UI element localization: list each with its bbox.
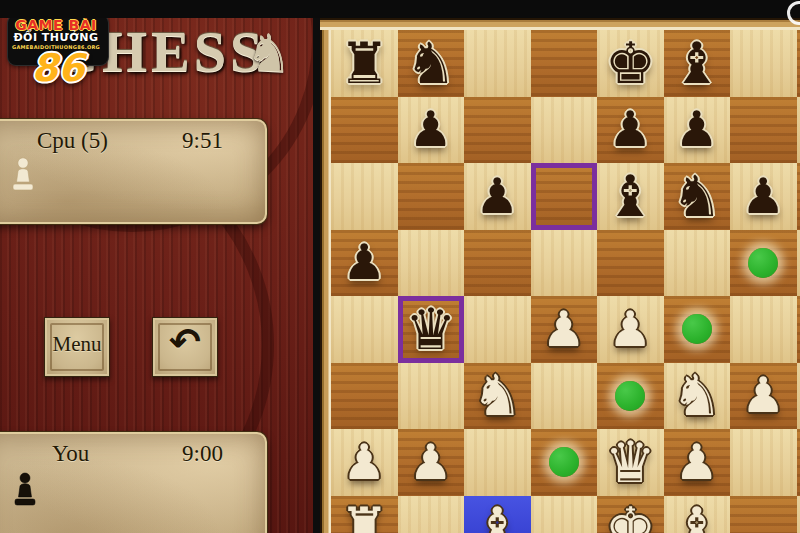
board-frame-top xyxy=(320,18,800,30)
square-c2[interactable] xyxy=(464,429,531,496)
square-e6[interactable]: ♝ xyxy=(597,163,664,230)
piece-black-pawn[interactable]: ♟ xyxy=(730,163,797,230)
piece-black-queen[interactable]: ♛ xyxy=(398,296,465,363)
piece-white-bishop[interactable]: ♝ xyxy=(464,496,531,533)
piece-black-pawn[interactable]: ♟ xyxy=(664,97,731,164)
square-c8[interactable] xyxy=(464,30,531,97)
square-h7[interactable] xyxy=(797,97,800,164)
square-c5[interactable] xyxy=(464,230,531,297)
square-h2[interactable] xyxy=(797,429,800,496)
square-e4[interactable]: ♟ xyxy=(597,296,664,363)
piece-black-rook[interactable]: ♜ xyxy=(331,30,398,97)
square-b4[interactable]: ♛ xyxy=(398,296,465,363)
square-b8[interactable]: ♞ xyxy=(398,30,465,97)
square-a5[interactable]: ♟ xyxy=(331,230,398,297)
square-h1[interactable] xyxy=(797,496,800,533)
square-g1[interactable] xyxy=(730,496,797,533)
square-f4[interactable] xyxy=(664,296,731,363)
square-d8[interactable] xyxy=(531,30,598,97)
square-a1[interactable]: ♜ xyxy=(331,496,398,533)
square-b1[interactable] xyxy=(398,496,465,533)
square-c3[interactable]: ♞ xyxy=(464,363,531,430)
square-f3[interactable]: ♞ xyxy=(664,363,731,430)
legal-move-dot[interactable] xyxy=(748,248,778,278)
piece-white-pawn[interactable]: ♟ xyxy=(331,429,398,496)
piece-black-pawn[interactable]: ♟ xyxy=(464,163,531,230)
piece-black-bishop[interactable]: ♝ xyxy=(664,30,731,97)
you-pawn-icon xyxy=(12,472,38,508)
square-g5[interactable] xyxy=(730,230,797,297)
panel-board-divider xyxy=(313,18,320,533)
piece-white-pawn[interactable]: ♟ xyxy=(398,429,465,496)
square-b7[interactable]: ♟ xyxy=(398,97,465,164)
square-d3[interactable] xyxy=(531,363,598,430)
square-c4[interactable] xyxy=(464,296,531,363)
piece-white-pawn[interactable]: ♟ xyxy=(664,429,731,496)
square-h5[interactable] xyxy=(797,230,800,297)
board-frame-left xyxy=(320,18,331,533)
square-a8[interactable]: ♜ xyxy=(331,30,398,97)
square-g2[interactable] xyxy=(730,429,797,496)
cpu-clock: 9:51 xyxy=(182,128,223,154)
square-f5[interactable] xyxy=(664,230,731,297)
square-e3[interactable] xyxy=(597,363,664,430)
square-g4[interactable] xyxy=(730,296,797,363)
you-clock: 9:00 xyxy=(182,441,223,467)
square-e8[interactable]: ♚ xyxy=(597,30,664,97)
piece-black-knight[interactable]: ♞ xyxy=(398,30,465,97)
piece-black-king[interactable]: ♚ xyxy=(597,30,664,97)
piece-white-king[interactable]: ♚ xyxy=(597,496,664,533)
square-e7[interactable]: ♟ xyxy=(597,97,664,164)
piece-white-pawn[interactable]: ♟ xyxy=(531,296,598,363)
knight-logo-icon: ♞ xyxy=(245,26,294,80)
piece-white-queen[interactable]: ♛ xyxy=(597,429,664,496)
square-a2[interactable]: ♟ xyxy=(331,429,398,496)
square-g6[interactable]: ♟ xyxy=(730,163,797,230)
square-d6[interactable] xyxy=(531,163,598,230)
square-d2[interactable] xyxy=(531,429,598,496)
square-e5[interactable] xyxy=(597,230,664,297)
square-c7[interactable] xyxy=(464,97,531,164)
left-panel: CHESS ♞ Cpu (5) 9:51 Menu ↶ You 9:00 xyxy=(0,18,313,533)
legal-move-dot[interactable] xyxy=(615,381,645,411)
menu-button[interactable]: Menu xyxy=(44,317,110,377)
square-f7[interactable]: ♟ xyxy=(664,97,731,164)
top-black-bar xyxy=(0,0,800,18)
menu-button-label: Menu xyxy=(45,332,109,357)
square-e2[interactable]: ♛ xyxy=(597,429,664,496)
legal-move-dot[interactable] xyxy=(549,447,579,477)
square-a3[interactable] xyxy=(331,363,398,430)
cpu-player-card: Cpu (5) 9:51 xyxy=(0,119,267,224)
board-area: ♜♞♚♝♟♟♟♟♝♞♟♟♛♟♟♞♞♟♟♟♛♟♜♝♚♝ xyxy=(320,18,800,533)
square-g3[interactable]: ♟ xyxy=(730,363,797,430)
square-g7[interactable] xyxy=(730,97,797,164)
square-f8[interactable]: ♝ xyxy=(664,30,731,97)
square-h4[interactable] xyxy=(797,296,800,363)
square-f6[interactable]: ♞ xyxy=(664,163,731,230)
square-a7[interactable] xyxy=(331,97,398,164)
square-a6[interactable] xyxy=(331,163,398,230)
square-h8[interactable] xyxy=(797,30,800,97)
square-f2[interactable]: ♟ xyxy=(664,429,731,496)
watermark-badge[interactable]: ♠♥♦♣ GAME BÀI ĐỔI THƯỞNG GAMEBAIDOITHUON… xyxy=(6,18,110,106)
cpu-pawn-icon xyxy=(10,157,36,193)
undo-arrow-icon: ↶ xyxy=(153,320,217,364)
square-d7[interactable] xyxy=(531,97,598,164)
square-b6[interactable] xyxy=(398,163,465,230)
piece-white-knight[interactable]: ♞ xyxy=(664,363,731,430)
chess-board: ♜♞♚♝♟♟♟♟♝♞♟♟♛♟♟♞♞♟♟♟♛♟♜♝♚♝ xyxy=(331,30,800,533)
square-c6[interactable]: ♟ xyxy=(464,163,531,230)
square-d1[interactable] xyxy=(531,496,598,533)
piece-black-knight[interactable]: ♞ xyxy=(664,163,731,230)
square-d5[interactable] xyxy=(531,230,598,297)
piece-white-pawn[interactable]: ♟ xyxy=(730,363,797,430)
square-b3[interactable] xyxy=(398,363,465,430)
piece-white-bishop[interactable]: ♝ xyxy=(664,496,731,533)
piece-black-pawn[interactable]: ♟ xyxy=(331,230,398,297)
square-a4[interactable] xyxy=(331,296,398,363)
legal-move-dot[interactable] xyxy=(682,314,712,344)
square-c1[interactable]: ♝ xyxy=(464,496,531,533)
square-h3[interactable] xyxy=(797,363,800,430)
square-e1[interactable]: ♚ xyxy=(597,496,664,533)
piece-black-pawn[interactable]: ♟ xyxy=(597,97,664,164)
piece-black-pawn[interactable]: ♟ xyxy=(398,97,465,164)
square-d4[interactable]: ♟ xyxy=(531,296,598,363)
piece-white-rook[interactable]: ♜ xyxy=(331,496,398,533)
piece-black-bishop[interactable]: ♝ xyxy=(597,163,664,230)
square-f1[interactable]: ♝ xyxy=(664,496,731,533)
square-h6[interactable] xyxy=(797,163,800,230)
cpu-player-name: Cpu (5) xyxy=(37,128,108,154)
badge-title-line2: ĐỔI THƯỞNG xyxy=(6,31,106,44)
you-player-name: You xyxy=(52,441,89,467)
piece-white-pawn[interactable]: ♟ xyxy=(597,296,664,363)
piece-white-knight[interactable]: ♞ xyxy=(464,363,531,430)
you-player-card: You 9:00 xyxy=(0,432,267,533)
square-b2[interactable]: ♟ xyxy=(398,429,465,496)
badge-number: 86 xyxy=(22,46,94,90)
undo-button[interactable]: ↶ xyxy=(152,317,218,377)
square-b5[interactable] xyxy=(398,230,465,297)
square-g8[interactable] xyxy=(730,30,797,97)
